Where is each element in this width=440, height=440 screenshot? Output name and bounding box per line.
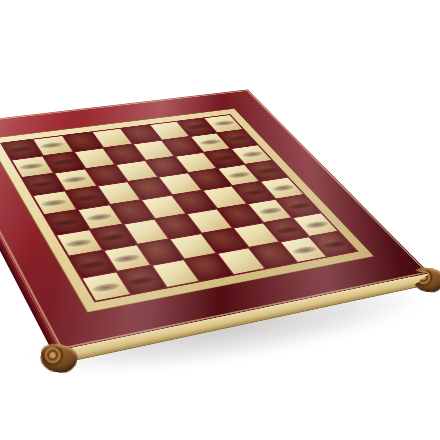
silver-rook-icon: ♜ [92,257,122,290]
gold-rook-icon: ♜ [322,217,350,247]
product-photo-stage: ♜♞♝♛♚♝♞♜♟♟♟♟♟♟♟♟♟♟♟♟♟♟♟♟♜♞♝♛♚♝♞♜ [0,0,440,440]
